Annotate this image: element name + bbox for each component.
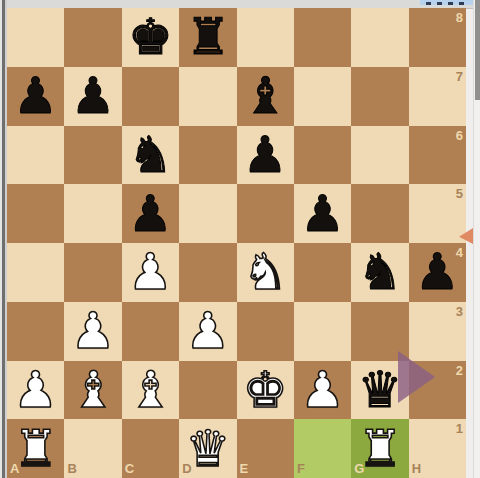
piece-black-pawn[interactable]: ♟ (7, 67, 64, 126)
piece-white-knight[interactable]: ♞ (237, 243, 294, 302)
square-e3[interactable] (237, 302, 294, 361)
piece-white-pawn[interactable]: ♟ (122, 243, 179, 302)
square-e6[interactable]: ♟ (237, 126, 294, 185)
square-h1[interactable]: 1H (409, 419, 466, 478)
square-d8[interactable]: ♜ (179, 8, 236, 67)
file-label-c: C (125, 462, 134, 475)
clock-digits-cutoff (426, 2, 470, 5)
square-c6[interactable]: ♞ (122, 126, 179, 185)
square-f8[interactable] (294, 8, 351, 67)
piece-white-bishop[interactable]: ♝ (122, 361, 179, 420)
square-h8[interactable]: 8 (409, 8, 466, 67)
square-d6[interactable] (179, 126, 236, 185)
move-arrow-head (398, 351, 435, 403)
square-b6[interactable] (64, 126, 121, 185)
rank-label-6: 6 (456, 129, 463, 142)
square-h4[interactable]: ♟4 (409, 243, 466, 302)
square-c1[interactable]: C (122, 419, 179, 478)
square-g7[interactable] (351, 67, 408, 126)
square-b4[interactable] (64, 243, 121, 302)
square-e8[interactable] (237, 8, 294, 67)
piece-black-rook[interactable]: ♜ (179, 8, 236, 67)
square-g5[interactable] (351, 184, 408, 243)
square-d2[interactable] (179, 361, 236, 420)
rank-label-5: 5 (456, 187, 463, 200)
piece-black-pawn[interactable]: ♟ (237, 126, 294, 185)
scrollbar-thumb[interactable] (475, 0, 480, 100)
rank-label-8: 8 (456, 11, 463, 24)
square-f4[interactable] (294, 243, 351, 302)
square-c7[interactable] (122, 67, 179, 126)
clock-cutoff (420, 0, 473, 5)
square-h5[interactable]: 5 (409, 184, 466, 243)
file-label-g: G (354, 462, 364, 475)
scrollbar[interactable] (473, 0, 480, 478)
square-g1[interactable]: ♜G (351, 419, 408, 478)
square-f3[interactable] (294, 302, 351, 361)
file-label-d: D (182, 462, 191, 475)
square-d1[interactable]: ♛D (179, 419, 236, 478)
square-f5[interactable]: ♟ (294, 184, 351, 243)
square-b3[interactable]: ♟ (64, 302, 121, 361)
square-c5[interactable]: ♟ (122, 184, 179, 243)
square-d3[interactable]: ♟ (179, 302, 236, 361)
piece-white-pawn[interactable]: ♟ (64, 302, 121, 361)
file-label-f: F (297, 462, 305, 475)
file-label-a: A (10, 462, 19, 475)
rank-label-4: 4 (456, 246, 463, 259)
piece-black-bishop[interactable]: ♝ (237, 67, 294, 126)
square-e5[interactable] (237, 184, 294, 243)
square-a8[interactable] (7, 8, 64, 67)
piece-white-pawn[interactable]: ♟ (7, 361, 64, 420)
square-d4[interactable] (179, 243, 236, 302)
square-a5[interactable] (7, 184, 64, 243)
piece-black-knight[interactable]: ♞ (122, 126, 179, 185)
square-g8[interactable] (351, 8, 408, 67)
square-b5[interactable] (64, 184, 121, 243)
square-g4[interactable]: ♞ (351, 243, 408, 302)
square-a1[interactable]: ♜A (7, 419, 64, 478)
chess-board: ♚♜8♟♟♝7♞♟6♟♟5♟♞♞♟4♟♟3♟♝♝♚♟♛2♜ABC♛DEF♜G1H (7, 8, 466, 478)
square-f7[interactable] (294, 67, 351, 126)
rank-label-7: 7 (456, 70, 463, 83)
piece-black-pawn[interactable]: ♟ (64, 67, 121, 126)
square-c8[interactable]: ♚ (122, 8, 179, 67)
square-d7[interactable] (179, 67, 236, 126)
square-g6[interactable] (351, 126, 408, 185)
rank-label-1: 1 (456, 422, 463, 435)
square-a4[interactable] (7, 243, 64, 302)
file-label-b: B (67, 462, 76, 475)
square-f1[interactable]: F (294, 419, 351, 478)
square-h6[interactable]: 6 (409, 126, 466, 185)
square-b7[interactable]: ♟ (64, 67, 121, 126)
square-f6[interactable] (294, 126, 351, 185)
square-h7[interactable]: 7 (409, 67, 466, 126)
file-label-h: H (412, 462, 421, 475)
square-b2[interactable]: ♝ (64, 361, 121, 420)
square-b8[interactable] (64, 8, 121, 67)
file-label-e: E (240, 462, 249, 475)
piece-black-knight[interactable]: ♞ (351, 243, 408, 302)
rank-label-2: 2 (456, 364, 463, 377)
piece-white-pawn[interactable]: ♟ (179, 302, 236, 361)
piece-black-pawn[interactable]: ♟ (122, 184, 179, 243)
square-a7[interactable]: ♟ (7, 67, 64, 126)
window-left-border (0, 0, 7, 478)
piece-white-bishop[interactable]: ♝ (64, 361, 121, 420)
square-b1[interactable]: B (64, 419, 121, 478)
square-d5[interactable] (179, 184, 236, 243)
square-c2[interactable]: ♝ (122, 361, 179, 420)
square-c4[interactable]: ♟ (122, 243, 179, 302)
piece-black-king[interactable]: ♚ (122, 8, 179, 67)
square-a3[interactable] (7, 302, 64, 361)
square-f2[interactable]: ♟ (294, 361, 351, 420)
square-e2[interactable]: ♚ (237, 361, 294, 420)
square-e1[interactable]: E (237, 419, 294, 478)
rank-label-3: 3 (456, 305, 463, 318)
square-a6[interactable] (7, 126, 64, 185)
square-e4[interactable]: ♞ (237, 243, 294, 302)
square-e7[interactable]: ♝ (237, 67, 294, 126)
piece-white-pawn[interactable]: ♟ (294, 361, 351, 420)
square-a2[interactable]: ♟ (7, 361, 64, 420)
piece-white-king[interactable]: ♚ (237, 361, 294, 420)
piece-black-pawn[interactable]: ♟ (294, 184, 351, 243)
square-c3[interactable] (122, 302, 179, 361)
